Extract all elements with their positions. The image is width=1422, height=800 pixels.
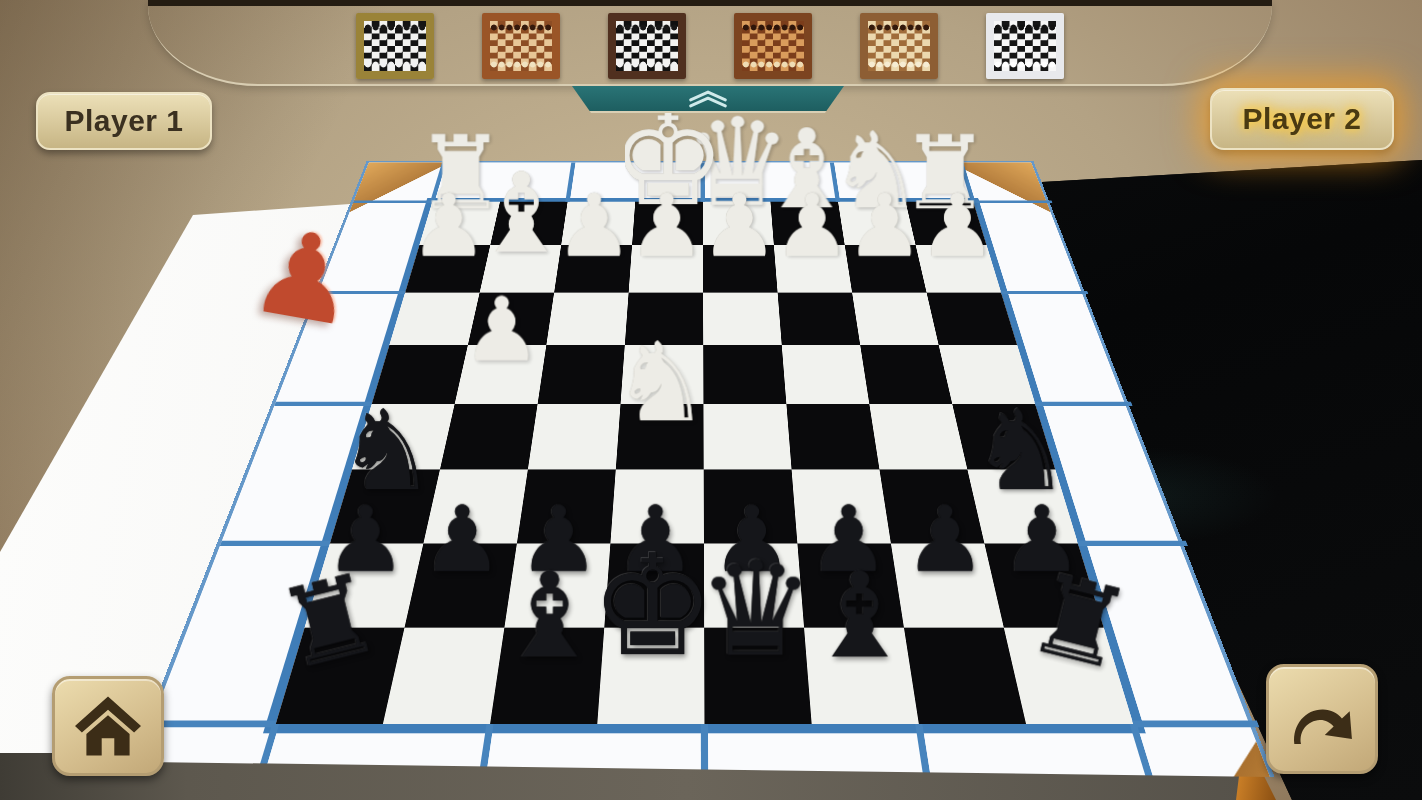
piece-white-knight[interactable]: ♞	[608, 324, 715, 436]
home-icon	[72, 690, 144, 762]
theme-mini-board	[742, 21, 804, 71]
theme-mini-board	[994, 21, 1056, 71]
board-theme-thumbnail-3[interactable]	[608, 13, 686, 79]
board-theme-thumbnail-4[interactable]	[734, 13, 812, 79]
board-theme-thumbnail-1[interactable]	[356, 13, 434, 79]
piece-black-bishop[interactable]: ♝	[485, 553, 614, 674]
redo-button[interactable]	[1266, 664, 1378, 774]
margin-grid-line	[1001, 291, 1089, 294]
piece-glyph: ♟	[700, 183, 778, 268]
theme-mini-board	[616, 21, 678, 71]
red-pawn-offboard[interactable]: ♟	[243, 210, 368, 345]
piece-white-pawn[interactable]: ♟	[403, 180, 494, 269]
square-g5[interactable]	[440, 404, 538, 470]
board-theme-list	[148, 13, 1272, 79]
piece-glyph: ♟	[462, 287, 541, 374]
piece-glyph: ♞	[612, 328, 710, 435]
piece-glyph: ♝	[806, 558, 912, 674]
piece-black-rook[interactable]: ♜	[278, 562, 407, 674]
piece-white-pawn[interactable]: ♟	[451, 284, 552, 374]
board-scene: ♜♞♝♛♚♜♝♟♟♟♟♟♟♟♟♞♜♝♛♚♝♜♟♟♟♟♟♟♟♟♞♞	[0, 0, 1422, 800]
square-b5[interactable]	[869, 404, 967, 470]
square-c3[interactable]	[778, 293, 861, 346]
piece-glyph: ♟	[628, 183, 706, 268]
square-d5[interactable]	[703, 404, 791, 470]
piece-glyph: ♟	[410, 183, 488, 268]
theme-tray-handle[interactable]	[572, 86, 844, 113]
piece-glyph: ♜	[269, 558, 391, 686]
piece-glyph: ♝	[496, 558, 602, 674]
margin-grid-line	[149, 721, 276, 728]
piece-glyph: ♟	[555, 183, 633, 268]
margin-grid-line	[1132, 721, 1259, 728]
board-theme-tray	[148, 0, 1272, 86]
square-b3[interactable]	[852, 293, 939, 346]
theme-mini-board	[364, 21, 426, 71]
redo-arrow-icon	[1286, 683, 1358, 755]
theme-mini-board	[868, 21, 930, 71]
square-d4[interactable]	[703, 345, 786, 404]
game-screen: ♜♞♝♛♚♜♝♟♟♟♟♟♟♟♟♞♜♝♛♚♝♜♟♟♟♟♟♟♟♟♞♞ ♟ Playe…	[0, 0, 1422, 800]
square-c4[interactable]	[782, 345, 870, 404]
theme-mini-board	[490, 21, 552, 71]
piece-black-rook[interactable]: ♜	[1002, 562, 1131, 674]
square-b4[interactable]	[860, 345, 952, 404]
square-c5[interactable]	[786, 404, 879, 470]
board-theme-thumbnail-6[interactable]	[986, 13, 1064, 79]
board-theme-thumbnail-5[interactable]	[860, 13, 938, 79]
piece-glyph: ♜	[1018, 558, 1140, 686]
home-button[interactable]	[52, 676, 164, 776]
square-d3[interactable]	[703, 293, 782, 346]
player1-button[interactable]: Player 1	[36, 92, 212, 150]
player2-button[interactable]: Player 2	[1210, 88, 1394, 150]
piece-white-pawn[interactable]: ♟	[549, 180, 640, 269]
board-theme-thumbnail-2[interactable]	[482, 13, 560, 79]
square-a3[interactable]	[927, 293, 1018, 346]
double-chevron-up-icon	[682, 89, 734, 109]
